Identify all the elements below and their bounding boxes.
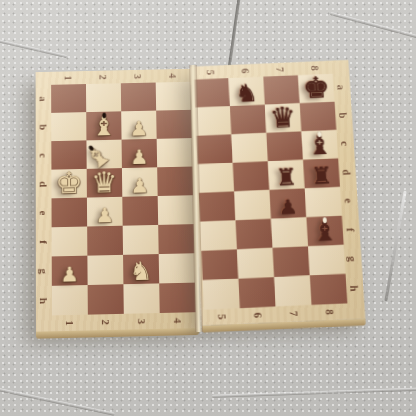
white-knight-g3[interactable]: ♞ [129, 258, 153, 284]
square-b5[interactable] [195, 106, 231, 136]
square-e1[interactable] [52, 198, 88, 228]
square-e2[interactable]: ♟ [87, 197, 123, 227]
tile-grout-line [0, 385, 115, 415]
square-e3[interactable] [122, 196, 158, 226]
square-g4[interactable] [159, 253, 195, 283]
square-a6[interactable]: ♞ [229, 77, 265, 106]
square-h7[interactable] [274, 275, 311, 306]
white-king-d1[interactable]: ♚ [55, 168, 82, 198]
square-g2[interactable] [87, 255, 123, 285]
bishop-light-tip [317, 131, 321, 137]
square-h6[interactable] [238, 277, 275, 308]
square-e4[interactable] [158, 195, 194, 225]
tile-grout-line [228, 0, 242, 68]
file-label-c-right: c [339, 138, 351, 150]
rank-label-5: 5 [216, 311, 229, 323]
square-a3[interactable] [121, 83, 156, 112]
rank-label-6: 6 [252, 309, 265, 321]
board-left-half: ♝♟♝♟♚♛♟♟♟♞ 11223344abcdefgh [36, 69, 199, 332]
square-c4[interactable] [157, 138, 193, 167]
square-f3[interactable] [123, 225, 159, 255]
white-pawn-e2[interactable]: ♟ [95, 206, 114, 227]
file-label-b-left: b [38, 121, 50, 133]
board-grid-left: ♝♟♝♟♚♛♟♟♟♞ [51, 82, 196, 316]
board-grid-right: ♞♚♛♝♜♜♟♝ [194, 74, 348, 310]
square-g7[interactable] [273, 246, 310, 277]
file-label-a-right: a [335, 82, 347, 94]
square-d6[interactable] [233, 161, 270, 191]
rank-label-3: 3 [136, 315, 148, 327]
square-e7[interactable]: ♟ [269, 188, 306, 218]
black-bishop-f8[interactable]: ♝ [312, 218, 338, 246]
white-pawn-c3[interactable]: ♟ [130, 148, 149, 168]
square-f7[interactable] [271, 217, 308, 248]
white-pawn-g1[interactable]: ♟ [60, 265, 79, 286]
square-a4[interactable] [156, 82, 191, 111]
square-c7[interactable] [266, 131, 303, 161]
square-d4[interactable] [157, 167, 193, 196]
black-queen-b7[interactable]: ♛ [269, 103, 297, 132]
square-b6[interactable] [230, 105, 266, 135]
square-b8[interactable] [300, 102, 337, 132]
square-h2[interactable] [88, 284, 124, 314]
square-h8[interactable] [310, 274, 348, 305]
tile-grout-line [330, 12, 416, 47]
black-rook-d7[interactable]: ♜ [275, 166, 297, 190]
square-b2[interactable]: ♝ [86, 111, 121, 140]
bishop-dark-tip [102, 113, 106, 119]
square-c8[interactable]: ♝ [301, 130, 338, 160]
square-c5[interactable] [196, 134, 232, 164]
square-b1[interactable] [51, 112, 86, 141]
file-label-e-right: e [342, 195, 355, 207]
file-label-f-right: f [344, 224, 357, 236]
white-pawn-d3[interactable]: ♟ [130, 176, 149, 197]
square-h5[interactable] [203, 279, 240, 310]
rank-label-2: 2 [100, 316, 112, 328]
square-a2[interactable] [86, 83, 121, 112]
file-label-f-left: f [38, 236, 50, 248]
chess-board: ♝♟♝♟♚♛♟♟♟♞ 11223344abcdefgh ♞♚♛♝♜♜♟♝ 556… [36, 65, 363, 331]
rank-label-3: 3 [132, 71, 144, 82]
board-right-half: ♞♚♛♝♜♜♟♝ 55667788abcdefgh [190, 60, 365, 326]
square-c3[interactable]: ♟ [122, 139, 158, 168]
square-c6[interactable] [231, 133, 268, 163]
file-label-d-left: d [38, 178, 50, 190]
square-h4[interactable] [159, 283, 195, 313]
black-bishop-c8[interactable]: ♝ [307, 132, 333, 160]
white-queen-d2[interactable]: ♛ [91, 168, 118, 197]
square-f2[interactable] [87, 226, 123, 256]
file-label-b-right: b [337, 110, 349, 122]
square-g5[interactable] [201, 249, 238, 280]
square-h1[interactable] [52, 285, 88, 315]
square-d3[interactable]: ♟ [122, 167, 158, 196]
square-g8[interactable] [308, 245, 345, 276]
file-label-h-left: h [38, 295, 50, 307]
square-a5[interactable] [194, 78, 230, 107]
file-label-c-left: c [38, 150, 50, 162]
square-d1[interactable]: ♚ [51, 169, 86, 198]
white-bishop-b2[interactable]: ♝ [92, 113, 117, 140]
rank-label-1: 1 [64, 317, 76, 329]
file-label-a-left: a [38, 93, 50, 104]
square-f4[interactable] [158, 224, 194, 254]
black-pawn-e7[interactable]: ♟ [278, 197, 298, 218]
black-king-a8[interactable]: ♚ [302, 73, 331, 103]
tile-grout-line [384, 191, 406, 302]
square-e5[interactable] [199, 191, 236, 221]
square-b7[interactable]: ♛ [265, 103, 302, 133]
square-g1[interactable]: ♟ [52, 256, 88, 286]
square-f5[interactable] [200, 220, 237, 251]
square-a8[interactable]: ♚ [298, 74, 335, 103]
square-f1[interactable] [52, 226, 88, 256]
square-b4[interactable] [156, 110, 192, 139]
square-d7[interactable]: ♜ [268, 160, 305, 190]
black-knight-a6[interactable]: ♞ [235, 81, 259, 106]
rank-label-2: 2 [97, 71, 109, 82]
square-e8[interactable] [305, 187, 342, 217]
black-rook-d8[interactable]: ♜ [310, 164, 332, 188]
square-f8[interactable]: ♝ [306, 216, 343, 247]
square-f6[interactable] [236, 219, 273, 250]
rank-label-7: 7 [274, 64, 286, 76]
square-g6[interactable] [237, 248, 274, 279]
rank-label-8: 8 [324, 306, 337, 318]
file-label-d-right: d [341, 166, 353, 178]
square-e6[interactable] [234, 190, 271, 220]
square-d2[interactable]: ♛ [87, 168, 123, 197]
bishop-light-tip [322, 217, 326, 223]
square-g3[interactable]: ♞ [123, 254, 159, 284]
rank-label-6: 6 [239, 65, 251, 77]
file-label-h-right: h [348, 282, 361, 294]
square-a1[interactable] [51, 84, 86, 113]
rank-label-4: 4 [167, 70, 179, 81]
bishop-dark-tip [88, 145, 95, 152]
tile-grout-line [0, 37, 67, 58]
rank-label-5: 5 [205, 67, 217, 79]
tile-grout-line [212, 387, 416, 398]
rank-label-7: 7 [288, 308, 301, 320]
white-pawn-b3[interactable]: ♟ [130, 119, 149, 139]
rank-label-4: 4 [172, 314, 184, 326]
photo-canvas: { "game": "chess", "scene": "overhead ph… [0, 0, 416, 416]
square-b3[interactable]: ♟ [121, 111, 156, 140]
square-d5[interactable] [198, 163, 235, 193]
file-label-g-left: g [38, 265, 50, 277]
file-label-e-left: e [38, 207, 50, 219]
square-d8[interactable]: ♜ [303, 158, 340, 188]
rank-label-1: 1 [63, 72, 75, 83]
file-label-g-right: g [346, 253, 359, 265]
square-h3[interactable] [123, 283, 159, 313]
